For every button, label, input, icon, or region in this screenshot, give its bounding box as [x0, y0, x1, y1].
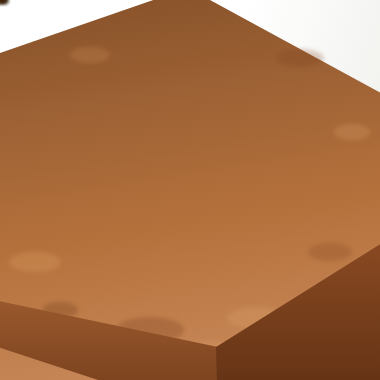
chess-set-photo: ♜♞♝♛♚♟♟♟♟♟♟♛♚♝♞♜♟♟: [0, 0, 380, 380]
burl-grain-blotch: [70, 47, 110, 63]
board-frame: [0, 0, 380, 380]
burl-grain-blotch: [276, 49, 324, 67]
burl-grain-blotch: [9, 252, 61, 272]
chess-board: [0, 0, 380, 380]
burl-grain-blotch: [308, 243, 352, 261]
burl-grain-blotch: [334, 124, 370, 140]
